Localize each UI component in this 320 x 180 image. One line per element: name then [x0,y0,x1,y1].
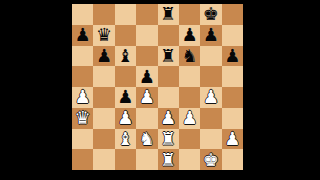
white-rook-piece: ♜ [160,151,176,169]
square-h8[interactable] [222,4,243,25]
square-f8[interactable] [179,4,200,25]
black-pawn-piece: ♟ [117,88,133,106]
square-b3[interactable] [93,108,114,129]
square-c3[interactable]: ♟ [115,108,136,129]
square-b2[interactable] [93,129,114,150]
square-f4[interactable] [179,87,200,108]
square-c7[interactable] [115,25,136,46]
square-b4[interactable] [93,87,114,108]
square-g8[interactable]: ♚ [200,4,221,25]
square-b5[interactable] [93,66,114,87]
black-king-piece: ♚ [203,5,219,23]
square-h4[interactable] [222,87,243,108]
square-c5[interactable] [115,66,136,87]
white-bishop-piece: ♝ [117,130,133,148]
white-pawn-piece: ♟ [224,130,240,148]
square-a2[interactable] [72,129,93,150]
square-e6[interactable]: ♜ [158,46,179,67]
black-pawn-piece: ♟ [224,47,240,65]
square-h2[interactable]: ♟ [222,129,243,150]
square-f2[interactable] [179,129,200,150]
square-d2[interactable]: ♞ [136,129,157,150]
square-a5[interactable] [72,66,93,87]
square-b6[interactable]: ♟ [93,46,114,67]
square-d4[interactable]: ♟ [136,87,157,108]
black-pawn-piece: ♟ [181,26,197,44]
square-d7[interactable] [136,25,157,46]
square-a7[interactable]: ♟ [72,25,93,46]
white-pawn-piece: ♟ [139,88,155,106]
square-h3[interactable] [222,108,243,129]
square-a1[interactable] [72,149,93,170]
square-c1[interactable] [115,149,136,170]
square-c6[interactable]: ♝ [115,46,136,67]
square-g5[interactable] [200,66,221,87]
square-e2[interactable]: ♜ [158,129,179,150]
white-pawn-piece: ♟ [117,109,133,127]
square-f3[interactable]: ♟ [179,108,200,129]
square-g6[interactable] [200,46,221,67]
square-c2[interactable]: ♝ [115,129,136,150]
black-bishop-piece: ♝ [117,47,133,65]
white-pawn-piece: ♟ [203,88,219,106]
black-queen-piece: ♛ [96,26,112,44]
white-king-piece: ♚ [203,151,219,169]
chess-board: ♜♚♟♛♟♟♟♝♜♞♟♟♟♟♟♟♛♟♟♟♝♞♜♟♜♚ [72,4,243,170]
square-e8[interactable]: ♜ [158,4,179,25]
square-g4[interactable]: ♟ [200,87,221,108]
white-rook-piece: ♜ [160,130,176,148]
square-g1[interactable]: ♚ [200,149,221,170]
square-f1[interactable] [179,149,200,170]
square-e1[interactable]: ♜ [158,149,179,170]
black-rook-piece: ♜ [160,5,176,23]
white-pawn-piece: ♟ [160,109,176,127]
square-h7[interactable] [222,25,243,46]
square-c8[interactable] [115,4,136,25]
square-f6[interactable]: ♞ [179,46,200,67]
square-d3[interactable] [136,108,157,129]
square-a6[interactable] [72,46,93,67]
square-h5[interactable] [222,66,243,87]
square-f5[interactable] [179,66,200,87]
black-pawn-piece: ♟ [75,26,91,44]
square-g2[interactable] [200,129,221,150]
black-pawn-piece: ♟ [139,68,155,86]
white-knight-piece: ♞ [139,130,155,148]
square-a4[interactable]: ♟ [72,87,93,108]
square-h6[interactable]: ♟ [222,46,243,67]
video-frame: ♜♚♟♛♟♟♟♝♜♞♟♟♟♟♟♟♛♟♟♟♝♞♜♟♜♚ [0,0,320,180]
square-e7[interactable] [158,25,179,46]
square-d8[interactable] [136,4,157,25]
square-d1[interactable] [136,149,157,170]
black-pawn-piece: ♟ [203,26,219,44]
black-rook-piece: ♜ [160,47,176,65]
square-b8[interactable] [93,4,114,25]
square-c4[interactable]: ♟ [115,87,136,108]
square-g3[interactable] [200,108,221,129]
black-pawn-piece: ♟ [96,47,112,65]
square-a8[interactable] [72,4,93,25]
square-h1[interactable] [222,149,243,170]
square-e3[interactable]: ♟ [158,108,179,129]
square-d5[interactable]: ♟ [136,66,157,87]
square-e5[interactable] [158,66,179,87]
square-b7[interactable]: ♛ [93,25,114,46]
square-d6[interactable] [136,46,157,67]
square-b1[interactable] [93,149,114,170]
white-pawn-piece: ♟ [75,88,91,106]
square-g7[interactable]: ♟ [200,25,221,46]
white-pawn-piece: ♟ [181,109,197,127]
white-queen-piece: ♛ [75,109,91,127]
square-f7[interactable]: ♟ [179,25,200,46]
black-knight-piece: ♞ [181,47,197,65]
square-a3[interactable]: ♛ [72,108,93,129]
square-e4[interactable] [158,87,179,108]
